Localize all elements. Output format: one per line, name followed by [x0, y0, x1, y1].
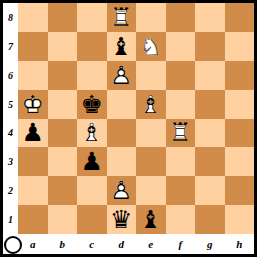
- square-b1[interactable]: [48, 205, 78, 234]
- square-h3[interactable]: [225, 147, 255, 176]
- white-knight[interactable]: ♞♘: [140, 34, 162, 59]
- square-c1[interactable]: [77, 205, 107, 234]
- square-g1[interactable]: [195, 205, 225, 234]
- rank-label-7: 7: [3, 32, 18, 61]
- black-pawn[interactable]: ♟: [81, 149, 103, 174]
- square-d4[interactable]: [107, 119, 137, 148]
- square-a5[interactable]: ♚♔: [18, 90, 48, 119]
- square-b4[interactable]: [48, 119, 78, 148]
- square-h1[interactable]: [225, 205, 255, 234]
- square-g2[interactable]: [195, 176, 225, 205]
- rank-label-8: 8: [3, 3, 18, 32]
- file-label-c: c: [77, 234, 107, 254]
- white-rook-glyph: ♖: [169, 118, 191, 147]
- white-to-move-indicator: [4, 236, 22, 254]
- white-rook-glyph: ♖: [110, 3, 132, 32]
- square-h5[interactable]: [225, 90, 255, 119]
- chess-diagram: 87654321 ♜♖♝♞♘♟♙♚♔♚♝♗♟♝♗♜♖♟♟♙♛♝ abcdefgh: [0, 0, 257, 257]
- black-bishop[interactable]: ♝: [140, 207, 162, 232]
- square-c6[interactable]: [77, 61, 107, 90]
- black-queen-glyph: ♛: [110, 205, 132, 234]
- square-h2[interactable]: [225, 176, 255, 205]
- white-pawn-glyph: ♙: [110, 61, 132, 90]
- white-king-glyph: ♔: [22, 90, 44, 119]
- square-e7[interactable]: ♞♘: [136, 32, 166, 61]
- black-bishop-glyph: ♝: [110, 32, 132, 61]
- square-g4[interactable]: [195, 119, 225, 148]
- square-f1[interactable]: [166, 205, 196, 234]
- square-b3[interactable]: [48, 147, 78, 176]
- rank-labels: 87654321: [3, 3, 18, 234]
- square-g3[interactable]: [195, 147, 225, 176]
- file-label-g: g: [195, 234, 225, 254]
- square-h4[interactable]: [225, 119, 255, 148]
- square-f6[interactable]: [166, 61, 196, 90]
- rank-label-2: 2: [3, 176, 18, 205]
- square-e1[interactable]: ♝: [136, 205, 166, 234]
- rank-label-3: 3: [3, 147, 18, 176]
- square-a4[interactable]: ♟: [18, 119, 48, 148]
- square-e3[interactable]: [136, 147, 166, 176]
- square-f4[interactable]: ♜♖: [166, 119, 196, 148]
- black-queen[interactable]: ♛: [110, 207, 132, 232]
- square-a1[interactable]: [18, 205, 48, 234]
- square-h6[interactable]: [225, 61, 255, 90]
- square-b7[interactable]: [48, 32, 78, 61]
- black-pawn[interactable]: ♟: [22, 120, 44, 145]
- square-a2[interactable]: [18, 176, 48, 205]
- square-f7[interactable]: [166, 32, 196, 61]
- square-b8[interactable]: [48, 3, 78, 32]
- white-pawn-glyph: ♙: [110, 176, 132, 205]
- square-b5[interactable]: [48, 90, 78, 119]
- black-bishop-glyph: ♝: [140, 205, 162, 234]
- square-c2[interactable]: [77, 176, 107, 205]
- square-e6[interactable]: [136, 61, 166, 90]
- white-rook[interactable]: ♜♖: [169, 120, 191, 145]
- white-knight-glyph: ♘: [140, 32, 162, 61]
- square-a6[interactable]: [18, 61, 48, 90]
- square-d1[interactable]: ♛: [107, 205, 137, 234]
- square-e2[interactable]: [136, 176, 166, 205]
- square-d7[interactable]: ♝: [107, 32, 137, 61]
- square-g5[interactable]: [195, 90, 225, 119]
- white-bishop[interactable]: ♝♗: [81, 120, 103, 145]
- white-bishop[interactable]: ♝♗: [140, 92, 162, 117]
- file-label-e: e: [136, 234, 166, 254]
- file-label-f: f: [166, 234, 196, 254]
- square-d6[interactable]: ♟♙: [107, 61, 137, 90]
- square-d3[interactable]: [107, 147, 137, 176]
- white-pawn[interactable]: ♟♙: [110, 178, 132, 203]
- black-bishop[interactable]: ♝: [110, 34, 132, 59]
- file-label-h: h: [225, 234, 255, 254]
- square-f3[interactable]: [166, 147, 196, 176]
- square-g8[interactable]: [195, 3, 225, 32]
- rank-label-6: 6: [3, 61, 18, 90]
- square-e5[interactable]: ♝♗: [136, 90, 166, 119]
- square-c3[interactable]: ♟: [77, 147, 107, 176]
- square-h7[interactable]: [225, 32, 255, 61]
- white-rook[interactable]: ♜♖: [110, 5, 132, 30]
- square-e8[interactable]: [136, 3, 166, 32]
- white-bishop-glyph: ♗: [140, 90, 162, 119]
- rank-label-5: 5: [3, 90, 18, 119]
- white-king[interactable]: ♚♔: [22, 92, 44, 117]
- square-d8[interactable]: ♜♖: [107, 3, 137, 32]
- square-a3[interactable]: [18, 147, 48, 176]
- file-label-a: a: [18, 234, 48, 254]
- square-e4[interactable]: [136, 119, 166, 148]
- square-c8[interactable]: [77, 3, 107, 32]
- square-b6[interactable]: [48, 61, 78, 90]
- board: ♜♖♝♞♘♟♙♚♔♚♝♗♟♝♗♜♖♟♟♙♛♝: [18, 3, 254, 234]
- square-f8[interactable]: [166, 3, 196, 32]
- rank-label-4: 4: [3, 119, 18, 148]
- square-g7[interactable]: [195, 32, 225, 61]
- square-a7[interactable]: [18, 32, 48, 61]
- black-pawn-glyph: ♟: [22, 118, 44, 147]
- square-d2[interactable]: ♟♙: [107, 176, 137, 205]
- file-labels: abcdefgh: [18, 234, 254, 254]
- black-king-glyph: ♚: [81, 90, 103, 119]
- square-b2[interactable]: [48, 176, 78, 205]
- square-g6[interactable]: [195, 61, 225, 90]
- square-a8[interactable]: [18, 3, 48, 32]
- black-pawn-glyph: ♟: [81, 147, 103, 176]
- file-label-d: d: [107, 234, 137, 254]
- white-pawn[interactable]: ♟♙: [110, 63, 132, 88]
- rank-label-1: 1: [3, 205, 18, 234]
- square-f5[interactable]: [166, 90, 196, 119]
- square-h8[interactable]: [225, 3, 255, 32]
- square-f2[interactable]: [166, 176, 196, 205]
- square-c5[interactable]: ♚: [77, 90, 107, 119]
- square-d5[interactable]: [107, 90, 137, 119]
- file-label-b: b: [48, 234, 78, 254]
- black-king[interactable]: ♚: [81, 92, 103, 117]
- white-bishop-glyph: ♗: [81, 118, 103, 147]
- square-c4[interactable]: ♝♗: [77, 119, 107, 148]
- square-c7[interactable]: [77, 32, 107, 61]
